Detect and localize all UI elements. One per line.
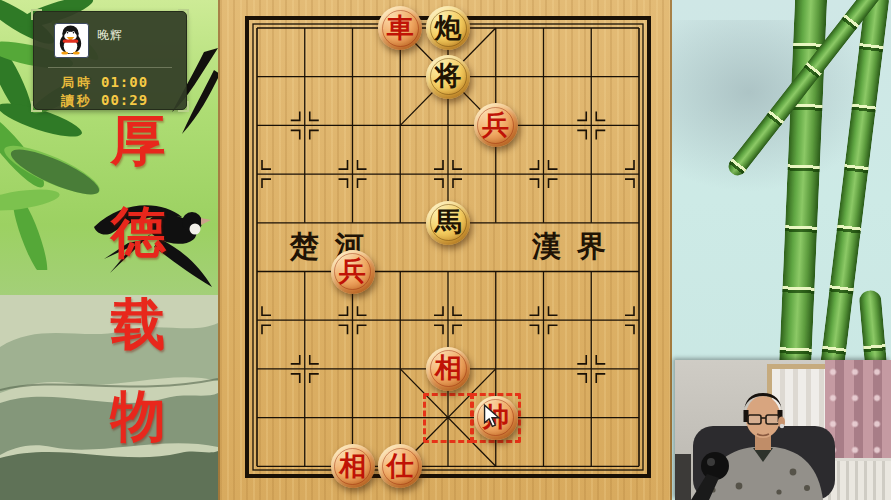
byoyomi-value: 00:29 — [101, 92, 148, 108]
motto-char: 厚 — [111, 112, 166, 168]
motto-char: 物 — [111, 388, 166, 444]
xiangqi-piece-black[interactable]: 馬 — [426, 201, 470, 245]
game-time-label: 局時 — [61, 74, 93, 92]
river-label-han: 漢界 — [532, 227, 622, 267]
xiangqi-piece-black[interactable]: 将 — [426, 55, 470, 99]
motto-char: 德 — [111, 204, 166, 260]
motto-vertical-text: 厚德载物 — [108, 112, 168, 444]
streamer-person — [675, 360, 891, 500]
move-from-marker — [423, 393, 473, 443]
box-corner-decor — [178, 101, 189, 112]
xiangqi-piece-red[interactable]: 兵 — [331, 250, 375, 294]
xiangqi-board[interactable]: 楚河 漢界 車炮将兵馬兵相帅相仕 — [218, 0, 672, 500]
player-avatar[interactable] — [54, 23, 89, 58]
player-name: 晚辉 — [97, 27, 123, 44]
mouse-cursor-icon — [481, 404, 503, 428]
xiangqi-piece-red[interactable]: 車 — [378, 6, 422, 50]
player-info-box: 晚辉 局時 01:00 讀秒 00:29 — [33, 11, 187, 110]
right-decor-panel: 善守者藏于九地之下 善攻者动于九天之上 — [672, 0, 891, 500]
xiangqi-piece-red[interactable]: 兵 — [474, 103, 518, 147]
box-corner-decor — [31, 9, 42, 20]
stream-screen: 晚辉 局時 01:00 讀秒 00:29 厚德载物 楚河 漢界 車炮将兵馬兵相帅… — [0, 0, 891, 500]
xiangqi-piece-red[interactable]: 相 — [426, 347, 470, 391]
box-corner-decor — [31, 101, 42, 112]
qq-penguin-icon — [55, 24, 86, 55]
byoyomi-label: 讀秒 — [61, 92, 93, 110]
left-decor-panel: 晚辉 局時 01:00 讀秒 00:29 厚德载物 — [0, 0, 218, 500]
divider — [48, 67, 172, 68]
motto-char: 载 — [111, 296, 166, 352]
game-time-value: 01:00 — [101, 74, 148, 90]
box-corner-decor — [178, 9, 189, 20]
xiangqi-piece-red[interactable]: 相 — [331, 444, 375, 488]
xiangqi-piece-black[interactable]: 炮 — [426, 6, 470, 50]
webcam-view — [675, 360, 891, 500]
